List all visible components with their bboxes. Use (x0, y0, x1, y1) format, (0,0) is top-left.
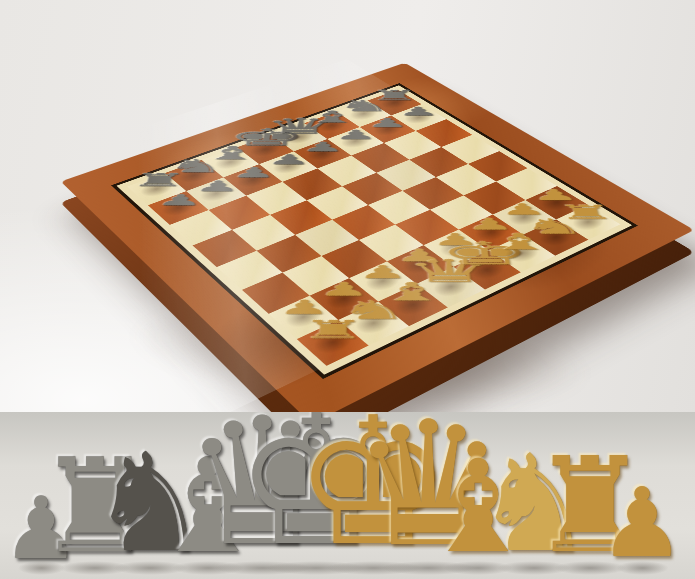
piece-shadow (464, 257, 510, 283)
piece-shadow (320, 285, 368, 313)
square-c3 (321, 240, 387, 278)
square-b1 (338, 302, 409, 346)
piece-white-queen-d1: ♛ (400, 255, 500, 286)
square-d1 (417, 267, 485, 308)
square-c1 (378, 284, 447, 326)
piece-white-pawn-c2: ♟ (334, 263, 432, 281)
lineup-gold-pawn: ♟ (599, 475, 685, 571)
square-d4 (332, 205, 395, 240)
square-a4 (217, 251, 283, 290)
piece-shadow (389, 291, 437, 319)
square-a3 (242, 273, 310, 314)
piece-shadow (359, 268, 406, 295)
piece-shadow (349, 309, 398, 338)
square-a2 (269, 296, 339, 339)
square-b4 (257, 235, 322, 273)
piece-lineup-photo: ♟♜♞♝♛♚♚♛♝♞♜♟ (0, 412, 695, 579)
square-b3 (282, 256, 349, 296)
square-e1 (453, 250, 520, 289)
board-photo: ♜♞♝♚♛♝♞♜♟♟♟♟♟♟♟♟♟♟♟♟♟♟♟♟♜♞♝♛♚♝♞♜ (0, 0, 695, 412)
square-c5 (270, 200, 332, 235)
piece-shadow (308, 327, 358, 358)
piece-shadow (427, 273, 474, 300)
square-a6 (170, 210, 232, 245)
square-a1 (297, 320, 369, 366)
square-b5 (232, 215, 295, 251)
square-c2 (349, 261, 416, 301)
piece-white-knight-b1: ♞ (322, 297, 425, 323)
piece-white-rook-a1: ♜ (280, 317, 385, 342)
piece-shadow (397, 251, 443, 277)
square-d2 (387, 245, 453, 284)
piece-white-pawn-b2: ♟ (294, 280, 394, 299)
square-a5 (193, 230, 257, 267)
piece-black-pawn-a7: ♟ (133, 192, 226, 207)
square-b2 (310, 278, 379, 320)
piece-white-pawn-a2: ♟ (252, 297, 355, 317)
piece-white-bishop-c1: ♝ (362, 279, 463, 304)
piece-shadow (279, 303, 328, 332)
square-c4 (295, 220, 359, 256)
piece-white-pawn-d2: ♟ (372, 247, 469, 264)
